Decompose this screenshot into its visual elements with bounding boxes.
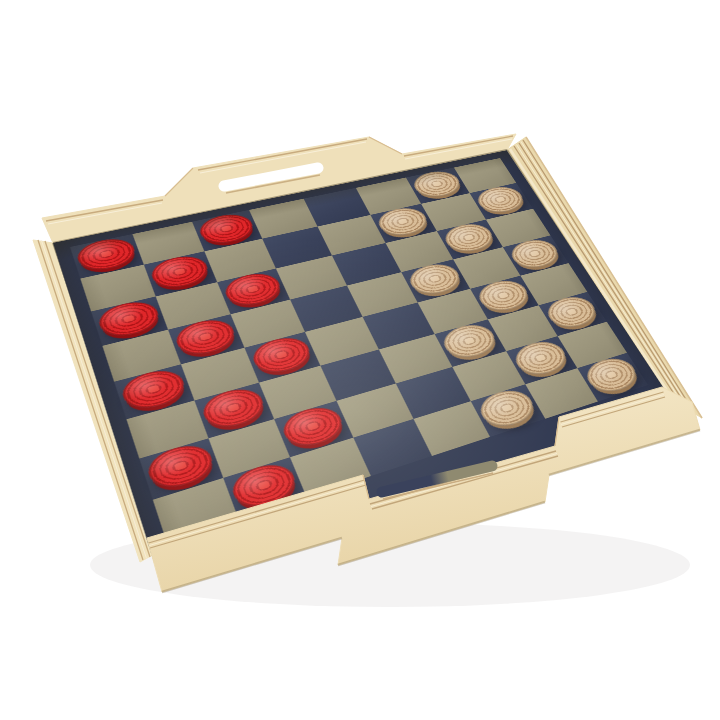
tray-frame-front [0, 0, 720, 720]
tray-photo-stage [0, 0, 720, 720]
